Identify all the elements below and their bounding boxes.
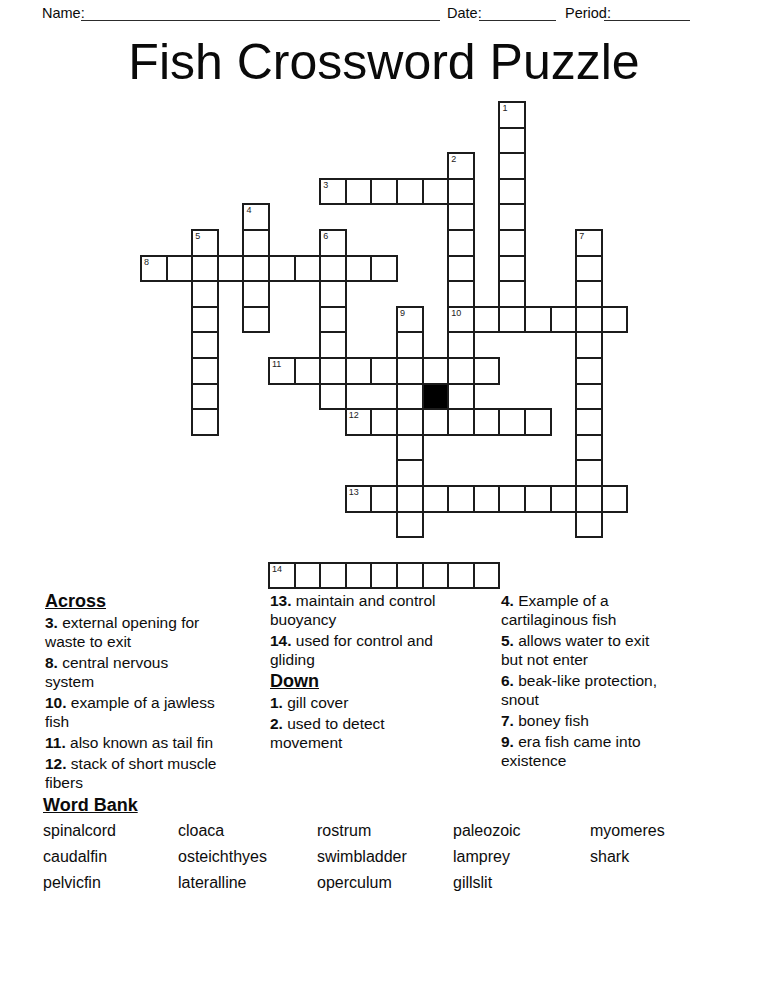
cell-number-7: 7 — [579, 231, 584, 241]
word-bank-item-lamprey: lamprey — [453, 847, 590, 867]
page-title: Fish Crossword Puzzle — [0, 33, 768, 91]
grid-cell-r18c13[interactable] — [473, 562, 501, 590]
clue-across-11: 11. also known as tail fin — [45, 733, 267, 752]
clue-number: 4. — [501, 592, 514, 609]
word-bank-item-pelvicfin: pelvicfin — [43, 873, 178, 893]
word-bank-item-lateralline: lateralline — [178, 873, 317, 893]
grid-cell-r15c8[interactable]: 13 — [345, 485, 373, 513]
grid-cell-r12c13[interactable] — [473, 408, 501, 436]
grid-cell-r8c15[interactable] — [524, 306, 552, 334]
grid-cell-r5c14[interactable] — [498, 229, 526, 257]
grid-cell-r12c8[interactable]: 12 — [345, 408, 373, 436]
grid-cell-r8c13[interactable] — [473, 306, 501, 334]
grid-cell-r18c10[interactable] — [396, 562, 424, 590]
crossword-worksheet: { "game": "crossword", "title": "Fish Cr… — [0, 0, 768, 994]
grid-cell-r12c9[interactable] — [370, 408, 398, 436]
cell-number-13: 13 — [349, 487, 359, 497]
grid-cell-r0c14[interactable]: 1 — [498, 101, 526, 129]
clue-down-2: 2. used to detectmovement — [270, 714, 492, 752]
grid-cell-r16c10[interactable] — [396, 511, 424, 539]
grid-cell-r13c10[interactable] — [396, 434, 424, 462]
grid-cell-r9c17[interactable] — [575, 331, 603, 359]
grid-cell-r5c12[interactable] — [447, 229, 475, 257]
grid-cell-r10c2[interactable] — [191, 357, 219, 385]
grid-cell-r5c2[interactable]: 5 — [191, 229, 219, 257]
grid-cell-r8c4[interactable] — [242, 306, 270, 334]
clue-across-14: 14. used for control andgliding — [270, 631, 492, 669]
grid-cell-r9c7[interactable] — [319, 331, 347, 359]
grid-cell-r9c12[interactable] — [447, 331, 475, 359]
grid-cell-r12c12[interactable] — [447, 408, 475, 436]
clue-down-4: 4. Example of acartilaginous fish — [501, 591, 756, 629]
name-blank-line[interactable] — [81, 5, 440, 21]
date-blank-line[interactable] — [479, 5, 556, 21]
clue-across-8: 8. central nervoussystem — [45, 653, 267, 691]
down-heading: Down — [270, 671, 492, 692]
word-bank-item-shark: shark — [590, 847, 743, 867]
cell-number-14: 14 — [272, 564, 282, 574]
grid-cell-r11c17[interactable] — [575, 383, 603, 411]
clues-column-1: Across3. external opening forwaste to ex… — [45, 591, 267, 794]
grid-cell-r8c10[interactable]: 9 — [396, 306, 424, 334]
clue-number: 9. — [501, 733, 514, 750]
grid-cell-r6c5[interactable] — [268, 255, 296, 283]
grid-cell-r3c10[interactable] — [396, 178, 424, 206]
clue-number: 1. — [270, 694, 283, 711]
grid-cell-r7c7[interactable] — [319, 280, 347, 308]
grid-cell-r10c12[interactable] — [447, 357, 475, 385]
grid-cell-r2c14[interactable] — [498, 152, 526, 180]
grid-cell-r3c12[interactable] — [447, 178, 475, 206]
word-bank-item-spinalcord: spinalcord — [43, 821, 178, 841]
grid-cell-r15c14[interactable] — [498, 485, 526, 513]
word-bank-empty-slot — [590, 873, 743, 893]
cell-number-6: 6 — [323, 231, 328, 241]
cell-number-11: 11 — [272, 359, 281, 369]
clue-number: 7. — [501, 712, 514, 729]
cell-number-4: 4 — [246, 205, 251, 215]
clue-number: 11. — [45, 734, 66, 751]
grid-cell-r6c8[interactable] — [345, 255, 373, 283]
grid-cell-r4c4[interactable]: 4 — [242, 203, 270, 231]
grid-cell-r18c9[interactable] — [370, 562, 398, 590]
grid-cell-r12c14[interactable] — [498, 408, 526, 436]
word-bank-heading: Word Bank — [43, 795, 743, 816]
grid-cell-r8c16[interactable] — [550, 306, 578, 334]
clue-number: 3. — [45, 614, 58, 631]
grid-cell-r5c17[interactable]: 7 — [575, 229, 603, 257]
clue-down-6: 6. beak-like protection,snout — [501, 671, 756, 709]
grid-cell-r10c8[interactable] — [345, 357, 373, 385]
clue-down-1: 1. gill cover — [270, 693, 492, 712]
grid-cell-r11c7[interactable] — [319, 383, 347, 411]
grid-cell-r6c3[interactable] — [217, 255, 245, 283]
word-bank-item-osteichthyes: osteichthyes — [178, 847, 317, 867]
grid-cell-r18c11[interactable] — [422, 562, 450, 590]
grid-cell-r3c14[interactable] — [498, 178, 526, 206]
crossword-grid: 1234567891011121314 — [140, 101, 629, 590]
clue-across-3: 3. external opening forwaste to exit — [45, 613, 267, 651]
grid-cell-r18c12[interactable] — [447, 562, 475, 590]
clue-across-13: 13. maintain and controlbuoyancy — [270, 591, 492, 629]
grid-cell-r7c2[interactable] — [191, 280, 219, 308]
cell-number-1: 1 — [502, 103, 507, 113]
grid-cell-r9c10[interactable] — [396, 331, 424, 359]
clue-across-12: 12. stack of short musclefibers — [45, 754, 267, 792]
grid-cell-r16c17[interactable] — [575, 511, 603, 539]
grid-cell-r10c5[interactable]: 11 — [268, 357, 296, 385]
word-bank-list: spinalcordcloacarostrumpaleozoicmyomeres… — [43, 821, 743, 893]
grid-cell-r11c2[interactable] — [191, 383, 219, 411]
grid-cell-r15c10[interactable] — [396, 485, 424, 513]
grid-cell-r11c12[interactable] — [447, 383, 475, 411]
clue-across-10: 10. example of a jawlessfish — [45, 693, 267, 731]
date-label: Date: — [447, 5, 482, 21]
grid-cell-r14c17[interactable] — [575, 459, 603, 487]
grid-cell-r12c10[interactable] — [396, 408, 424, 436]
word-bank-item-myomeres: myomeres — [590, 821, 743, 841]
grid-cell-r3c9[interactable] — [370, 178, 398, 206]
word-bank-item-caudalfin: caudalfin — [43, 847, 178, 867]
word-bank-item-operculum: operculum — [317, 873, 453, 893]
grid-cell-r15c13[interactable] — [473, 485, 501, 513]
cell-number-2: 2 — [451, 154, 456, 164]
grid-cell-r18c7[interactable] — [319, 562, 347, 590]
grid-cell-r6c6[interactable] — [294, 255, 322, 283]
grid-cell-r18c6[interactable] — [294, 562, 322, 590]
clue-number: 14. — [270, 632, 292, 649]
grid-cell-r12c11[interactable] — [422, 408, 450, 436]
black-cell-r11c11 — [422, 383, 450, 411]
grid-cell-r2c12[interactable]: 2 — [447, 152, 475, 180]
word-bank-item-gillslit: gillslit — [453, 873, 590, 893]
grid-cell-r6c7[interactable] — [319, 255, 347, 283]
clues-column-2: 13. maintain and controlbuoyancy14. used… — [270, 591, 492, 754]
cell-number-3: 3 — [323, 180, 328, 190]
grid-cell-r6c12[interactable] — [447, 255, 475, 283]
grid-cell-r8c17[interactable] — [575, 306, 603, 334]
clue-down-9: 9. era fish came intoexistence — [501, 732, 756, 770]
grid-cell-r7c14[interactable] — [498, 280, 526, 308]
clue-down-5: 5. allows water to exitbut not enter — [501, 631, 756, 669]
cell-number-10: 10 — [451, 308, 461, 318]
name-label: Name: — [42, 5, 85, 21]
grid-cell-r6c1[interactable] — [166, 255, 194, 283]
clue-number: 6. — [501, 672, 514, 689]
grid-cell-r15c11[interactable] — [422, 485, 450, 513]
grid-cell-r8c18[interactable] — [601, 306, 629, 334]
grid-cell-r10c13[interactable] — [473, 357, 501, 385]
grid-cell-r15c15[interactable] — [524, 485, 552, 513]
grid-cell-r10c10[interactable] — [396, 357, 424, 385]
grid-cell-r6c17[interactable] — [575, 255, 603, 283]
grid-cell-r15c17[interactable] — [575, 485, 603, 513]
grid-cell-r6c4[interactable] — [242, 255, 270, 283]
grid-cell-r7c12[interactable] — [447, 280, 475, 308]
clue-number: 2. — [270, 715, 283, 732]
grid-cell-r14c10[interactable] — [396, 459, 424, 487]
clue-number: 13. — [270, 592, 292, 609]
grid-cell-r6c0[interactable]: 8 — [140, 255, 168, 283]
grid-cell-r13c17[interactable] — [575, 434, 603, 462]
cell-number-8: 8 — [144, 257, 149, 267]
grid-cell-r15c9[interactable] — [370, 485, 398, 513]
grid-cell-r5c7[interactable]: 6 — [319, 229, 347, 257]
grid-cell-r8c2[interactable] — [191, 306, 219, 334]
cell-number-9: 9 — [400, 308, 405, 318]
grid-cell-r7c4[interactable] — [242, 280, 270, 308]
clue-number: 8. — [45, 654, 58, 671]
grid-cell-r1c14[interactable] — [498, 127, 526, 155]
grid-cell-r8c14[interactable] — [498, 306, 526, 334]
grid-cell-r11c10[interactable] — [396, 383, 424, 411]
clue-number: 5. — [501, 632, 514, 649]
period-blank-line[interactable] — [604, 5, 690, 21]
grid-cell-r8c12[interactable]: 10 — [447, 306, 475, 334]
grid-cell-r18c5[interactable]: 14 — [268, 562, 296, 590]
grid-cell-r11c8[interactable] — [345, 383, 398, 411]
grid-cell-r6c14[interactable] — [498, 255, 526, 283]
grid-cell-r7c17[interactable] — [575, 280, 603, 308]
word-bank-item-swimbladder: swimbladder — [317, 847, 453, 867]
word-bank-item-rostrum: rostrum — [317, 821, 453, 841]
grid-cell-r10c17[interactable] — [575, 357, 603, 385]
clues-column-3: 4. Example of acartilaginous fish5. allo… — [501, 591, 756, 772]
grid-cell-r3c8[interactable] — [345, 178, 373, 206]
grid-cell-r12c17[interactable] — [575, 408, 603, 436]
word-bank-item-cloaca: cloaca — [178, 821, 317, 841]
grid-cell-r4c12[interactable] — [447, 203, 475, 231]
grid-cell-r12c15[interactable] — [524, 408, 552, 436]
grid-cell-r5c4[interactable] — [242, 229, 270, 257]
grid-cell-r6c9[interactable] — [370, 255, 398, 283]
grid-cell-r10c7[interactable] — [319, 357, 347, 385]
grid-cell-r18c8[interactable] — [345, 562, 373, 590]
grid-cell-r15c16[interactable] — [550, 485, 578, 513]
grid-cell-r10c11[interactable] — [422, 357, 450, 385]
grid-cell-r6c2[interactable] — [191, 255, 219, 283]
clue-number: 12. — [45, 755, 67, 772]
grid-cell-r8c7[interactable] — [319, 306, 347, 334]
grid-cell-r9c2[interactable] — [191, 331, 219, 359]
word-bank: Word Bank spinalcordcloacarostrumpaleozo… — [43, 795, 743, 893]
clue-number: 10. — [45, 694, 67, 711]
grid-cell-r3c7[interactable]: 3 — [319, 178, 347, 206]
grid-cell-r12c2[interactable] — [191, 408, 219, 436]
grid-cell-r15c18[interactable] — [601, 485, 629, 513]
cell-number-5: 5 — [195, 231, 200, 241]
clue-down-7: 7. boney fish — [501, 711, 756, 730]
grid-cell-r10c6[interactable] — [294, 357, 322, 385]
word-bank-item-paleozoic: paleozoic — [453, 821, 590, 841]
grid-cell-r10c9[interactable] — [370, 357, 398, 385]
grid-cell-r4c14[interactable] — [498, 203, 526, 231]
grid-cell-r3c11[interactable] — [422, 178, 450, 206]
cell-number-12: 12 — [349, 410, 359, 420]
across-heading: Across — [45, 591, 267, 612]
grid-cell-r15c12[interactable] — [447, 485, 475, 513]
